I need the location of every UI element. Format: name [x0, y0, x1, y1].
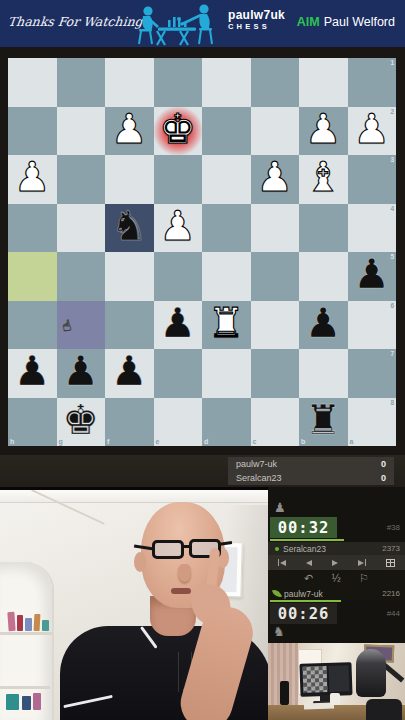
black-pawn[interactable]: ♟	[57, 349, 106, 398]
score-row-paulw7uk: paulw7-uk 0	[228, 457, 394, 471]
square-c7[interactable]	[251, 349, 300, 398]
square-b6[interactable]: ♟	[299, 301, 348, 350]
leaf-icon	[272, 588, 282, 599]
file-label-c: c	[253, 438, 257, 445]
square-d2[interactable]	[202, 107, 251, 156]
square-c6[interactable]	[251, 301, 300, 350]
square-c2[interactable]	[251, 107, 300, 156]
square-h5[interactable]	[8, 252, 57, 301]
player-name-top[interactable]: Seralcan23	[283, 544, 326, 554]
square-f4[interactable]: ♞	[105, 204, 154, 253]
square-b5[interactable]	[299, 252, 348, 301]
square-c3[interactable]: ♟	[251, 155, 300, 204]
draw-offer-button[interactable]: ½	[331, 574, 341, 584]
square-h8[interactable]: h	[8, 398, 57, 447]
analysis-board-button[interactable]	[386, 558, 395, 568]
square-a5[interactable]: 5♟	[348, 252, 397, 301]
square-h4[interactable]	[8, 204, 57, 253]
chess-club-logo-icon	[130, 2, 222, 46]
square-b2[interactable]: ♟	[299, 107, 348, 156]
desk-monitor	[299, 662, 352, 697]
host-name: Paul Welford	[324, 15, 395, 29]
square-a3[interactable]: 3	[348, 155, 397, 204]
white-pawn[interactable]: ♟	[8, 155, 57, 204]
file-label-a: a	[350, 438, 354, 445]
captured-pawn-icon: ♟	[274, 501, 286, 514]
go-next-button[interactable]	[332, 558, 338, 568]
square-a2[interactable]: 2♟	[348, 107, 397, 156]
mouse-cursor-icon: ☝	[60, 316, 73, 336]
player-name-bottom[interactable]: paulw7-uk	[284, 589, 323, 599]
square-c8[interactable]: c	[251, 398, 300, 447]
bottom-section: ♟ 00:32 #38 Seralcan23 2373 ↶ ½	[0, 487, 405, 720]
square-c5[interactable]	[251, 252, 300, 301]
thanks-text: Thanks For Watching	[7, 14, 134, 29]
square-c4[interactable]	[251, 204, 300, 253]
rank-label-2: 2	[390, 108, 394, 115]
square-e5[interactable]	[154, 252, 203, 301]
score-player-name: Seralcan23	[236, 473, 282, 483]
white-pawn[interactable]: ♟	[348, 107, 397, 156]
player-rating-top: 2373	[382, 544, 400, 553]
square-f5[interactable]	[105, 252, 154, 301]
white-bishop[interactable]: ♝	[299, 155, 348, 204]
clock-bottom: 00:26	[270, 603, 337, 624]
game-panel: ♟ 00:32 #38 Seralcan23 2373 ↶ ½	[268, 487, 405, 720]
score-value: 0	[381, 459, 386, 469]
file-label-h: h	[10, 438, 14, 445]
player-row-top: Seralcan23 2373	[268, 542, 405, 555]
time-bar-bottom	[270, 600, 341, 602]
square-h6[interactable]	[8, 301, 57, 350]
square-h2[interactable]	[8, 107, 57, 156]
rank-label-3: 3	[390, 156, 394, 163]
square-f1[interactable]	[105, 58, 154, 107]
go-first-button[interactable]	[278, 558, 287, 568]
square-f3[interactable]	[105, 155, 154, 204]
square-a7[interactable]: 7	[348, 349, 397, 398]
match-score-box: paulw7-uk 0 Seralcan23 0	[228, 457, 394, 485]
square-d5[interactable]	[202, 252, 251, 301]
rank-label-6: 6	[390, 302, 394, 309]
square-b7[interactable]	[299, 349, 348, 398]
square-b4[interactable]	[299, 204, 348, 253]
go-last-button[interactable]	[358, 558, 367, 568]
square-d3[interactable]	[202, 155, 251, 204]
host-title: AIMPaul Welford	[297, 15, 395, 29]
resign-button[interactable]: ⚐	[359, 573, 369, 584]
file-label-e: e	[156, 438, 160, 445]
square-e3[interactable]	[154, 155, 203, 204]
square-e4[interactable]: ♟	[154, 204, 203, 253]
square-a6[interactable]: 6	[348, 301, 397, 350]
square-g2[interactable]	[57, 107, 106, 156]
square-a4[interactable]: 4	[348, 204, 397, 253]
file-label-b: b	[301, 438, 305, 445]
black-pawn[interactable]: ♟	[299, 301, 348, 350]
square-g1[interactable]	[57, 58, 106, 107]
microphone	[356, 649, 386, 697]
square-d6[interactable]: ♜	[202, 301, 251, 350]
game-actions: ↶ ½ ⚐	[268, 570, 405, 587]
go-previous-button[interactable]	[306, 558, 312, 568]
file-label-f: f	[107, 438, 109, 445]
black-king[interactable]: ♚	[57, 398, 106, 447]
square-e2[interactable]: ♚	[154, 107, 203, 156]
square-g6[interactable]: ☝	[57, 301, 106, 350]
clock-top: 00:32	[270, 517, 337, 538]
chess-board[interactable]: 1♟♚♟2♟♟♟♝3♞♟45♟☝♟♜♟6♟♟♟7hg♚fedcb♜8a	[8, 58, 396, 446]
rank-label-1: 1	[390, 59, 394, 66]
aim-title-badge: AIM	[297, 15, 320, 29]
black-pawn[interactable]: ♟	[105, 349, 154, 398]
square-f7[interactable]: ♟	[105, 349, 154, 398]
square-h3[interactable]: ♟	[8, 155, 57, 204]
black-pawn[interactable]: ♟	[154, 301, 203, 350]
board-zone: 1♟♚♟2♟♟♟♝3♞♟45♟☝♟♜♟6♟♟♟7hg♚fedcb♜8a	[0, 47, 405, 455]
square-b3[interactable]: ♝	[299, 155, 348, 204]
rank-label-4: 4	[390, 205, 394, 212]
file-label-d: d	[204, 438, 208, 445]
stream-banner: Thanks For Watching	[0, 0, 405, 47]
brand-sub: CHESS	[228, 23, 285, 32]
score-strip: paulw7-uk 0 Seralcan23 0	[0, 455, 405, 487]
black-pawn[interactable]: ♟	[348, 252, 397, 301]
white-rook[interactable]: ♜	[202, 301, 251, 350]
square-a1[interactable]: 1	[348, 58, 397, 107]
player-row-bottom: paulw7-uk 2216	[268, 587, 405, 600]
square-d8[interactable]: d	[202, 398, 251, 447]
square-g7[interactable]: ♟	[57, 349, 106, 398]
rank-label-8: 8	[390, 399, 394, 406]
square-g3[interactable]	[57, 155, 106, 204]
rank-label-5: 5	[390, 253, 394, 260]
square-a8[interactable]: 8a	[348, 398, 397, 447]
glasses	[152, 540, 184, 559]
score-value: 0	[381, 473, 386, 483]
player-rating-bottom: 2216	[382, 589, 400, 598]
chair	[366, 699, 402, 720]
online-dot-icon	[275, 547, 279, 551]
move-controls	[268, 555, 405, 570]
square-e7[interactable]	[154, 349, 203, 398]
rank-label-7: 7	[390, 350, 394, 357]
monitor-chessboard	[303, 666, 328, 693]
square-f8[interactable]: f	[105, 398, 154, 447]
brand-block: paulw7uk CHESS	[228, 9, 285, 31]
white-pawn[interactable]: ♟	[299, 107, 348, 156]
square-d4[interactable]	[202, 204, 251, 253]
black-pawn[interactable]: ♟	[8, 349, 57, 398]
stream-frame: Thanks For Watching	[0, 0, 405, 720]
brand-name: paulw7uk	[228, 9, 285, 23]
square-d1[interactable]	[202, 58, 251, 107]
time-bar-top	[270, 539, 344, 541]
square-b8[interactable]: b♜	[299, 398, 348, 447]
square-g4[interactable]	[57, 204, 106, 253]
mug	[330, 693, 340, 705]
square-f2[interactable]: ♟	[105, 107, 154, 156]
move-counter-bottom: #44	[387, 609, 400, 618]
white-pawn[interactable]: ♟	[154, 204, 203, 253]
square-e1[interactable]	[154, 58, 203, 107]
webcam-main	[0, 490, 268, 720]
black-rook[interactable]: ♜	[299, 398, 348, 447]
square-c1[interactable]	[251, 58, 300, 107]
square-h7[interactable]: ♟	[8, 349, 57, 398]
captured-knight-icon: ♞	[273, 625, 285, 638]
black-knight[interactable]: ♞	[105, 204, 154, 253]
white-king[interactable]: ♚	[154, 107, 203, 156]
score-row-seralcan23: Seralcan23 0	[228, 471, 394, 485]
webcam-room	[268, 643, 405, 720]
square-g8[interactable]: g♚	[57, 398, 106, 447]
score-player-name: paulw7-uk	[236, 459, 277, 469]
takeback-button[interactable]: ↶	[304, 573, 313, 584]
square-e6[interactable]: ♟	[154, 301, 203, 350]
file-label-g: g	[59, 438, 63, 445]
square-g5[interactable]	[57, 252, 106, 301]
square-e8[interactable]: e	[154, 398, 203, 447]
white-pawn[interactable]: ♟	[105, 107, 154, 156]
move-counter-top: #38	[387, 523, 400, 532]
square-b1[interactable]	[299, 58, 348, 107]
square-h1[interactable]	[8, 58, 57, 107]
square-d7[interactable]	[202, 349, 251, 398]
white-pawn[interactable]: ♟	[251, 155, 300, 204]
square-f6[interactable]	[105, 301, 154, 350]
